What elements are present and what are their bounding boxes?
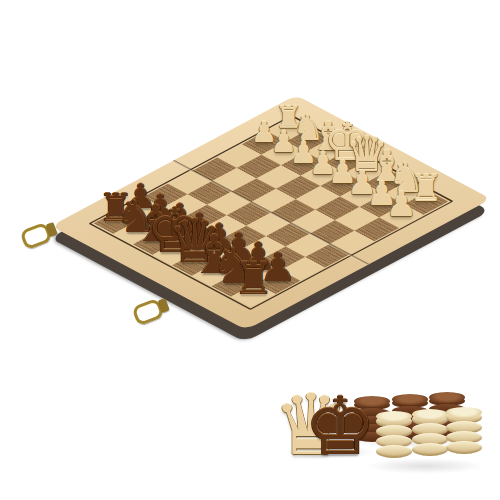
ground-shadow — [365, 458, 485, 474]
checker-disc-top — [392, 394, 428, 405]
checker-disc-top — [376, 411, 412, 422]
brass-latch-front — [131, 298, 164, 327]
checker-stack-light-2 — [412, 409, 448, 456]
checker-disc — [446, 441, 482, 454]
dark-rook-a8: ♜ — [231, 257, 276, 302]
spare-dark-king: ♚ — [300, 387, 380, 467]
checker-disc-top — [412, 409, 448, 420]
checker-disc — [412, 443, 448, 456]
checker-disc-top — [429, 392, 465, 403]
checker-stack-light-3 — [446, 407, 482, 454]
checker-stack-light-1 — [376, 411, 412, 458]
product-photo-scene: ♜♞♝♛♚♝♞♜♟♟♟♟♟♟♟♟♟♟♟♟♟♟♟♟♜♞♝♛♚♝♞♜ ♛♚ — [0, 0, 500, 500]
checker-disc — [376, 445, 412, 458]
checker-disc-top — [446, 407, 482, 418]
brass-latch-left — [19, 222, 52, 251]
light-pawn-a2: ♟ — [384, 187, 418, 221]
